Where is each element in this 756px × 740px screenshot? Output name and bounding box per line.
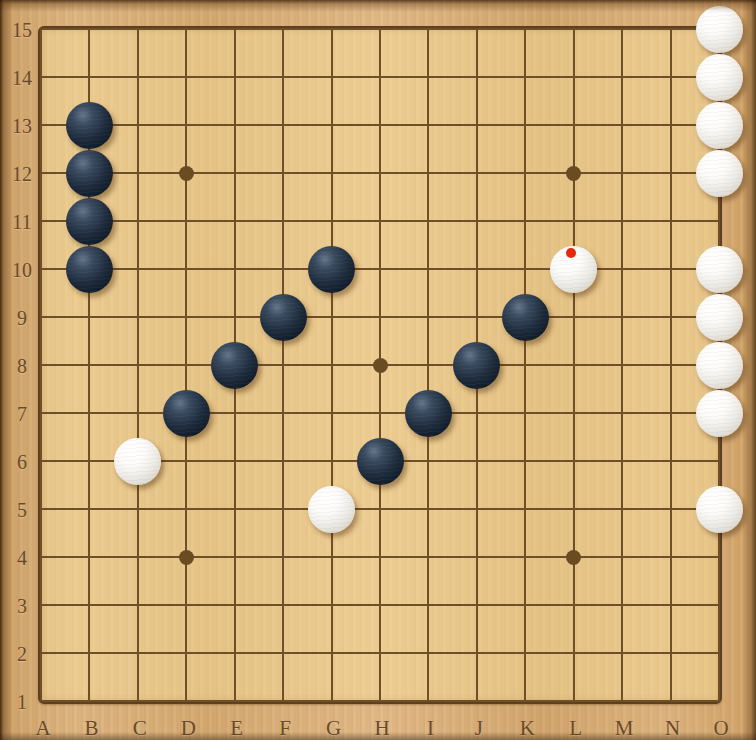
column-label-f: F bbox=[279, 716, 291, 740]
grid-line-vertical bbox=[573, 29, 575, 701]
row-label-1: 1 bbox=[17, 691, 27, 714]
stone-white-o14[interactable] bbox=[696, 54, 743, 101]
row-label-6: 6 bbox=[17, 451, 27, 474]
star-point-l4 bbox=[566, 550, 581, 565]
row-label-5: 5 bbox=[17, 499, 27, 522]
row-label-2: 2 bbox=[17, 643, 27, 666]
star-point-d12 bbox=[179, 166, 194, 181]
row-label-10: 10 bbox=[12, 259, 32, 282]
grid-line-horizontal bbox=[41, 412, 719, 414]
stone-white-o10[interactable] bbox=[696, 246, 743, 293]
stone-white-o12[interactable] bbox=[696, 150, 743, 197]
column-label-j: J bbox=[475, 716, 483, 740]
grid-line-horizontal bbox=[41, 508, 719, 510]
column-label-c: C bbox=[133, 716, 147, 740]
row-label-7: 7 bbox=[17, 403, 27, 426]
gomoku-board: ABCDEFGHIJKLMNO151413121110987654321 bbox=[0, 0, 756, 740]
grid-line-horizontal bbox=[41, 604, 719, 606]
column-label-h: H bbox=[374, 716, 389, 740]
row-label-8: 8 bbox=[17, 355, 27, 378]
column-label-a: A bbox=[35, 716, 50, 740]
row-label-11: 11 bbox=[12, 211, 31, 234]
row-label-9: 9 bbox=[17, 307, 27, 330]
stone-black-h6[interactable] bbox=[357, 438, 404, 485]
row-label-15: 15 bbox=[12, 19, 32, 42]
stone-white-o9[interactable] bbox=[696, 294, 743, 341]
column-label-m: M bbox=[615, 716, 634, 740]
stone-black-b11[interactable] bbox=[66, 198, 113, 245]
grid-line-horizontal bbox=[41, 700, 719, 702]
row-label-3: 3 bbox=[17, 595, 27, 618]
stone-white-o5[interactable] bbox=[696, 486, 743, 533]
stone-black-b10[interactable] bbox=[66, 246, 113, 293]
grid-line-vertical bbox=[670, 29, 672, 701]
last-move-marker-icon bbox=[566, 248, 576, 258]
grid-line-horizontal bbox=[41, 652, 719, 654]
stone-white-o8[interactable] bbox=[696, 342, 743, 389]
stone-black-g10[interactable] bbox=[308, 246, 355, 293]
grid-line-vertical bbox=[524, 29, 526, 701]
star-point-d4 bbox=[179, 550, 194, 565]
column-label-l: L bbox=[569, 716, 582, 740]
column-label-g: G bbox=[326, 716, 341, 740]
column-label-i: I bbox=[427, 716, 434, 740]
stone-white-c6[interactable] bbox=[114, 438, 161, 485]
column-label-d: D bbox=[181, 716, 196, 740]
star-point-l12 bbox=[566, 166, 581, 181]
grid-line-vertical bbox=[427, 29, 429, 701]
row-label-14: 14 bbox=[12, 67, 32, 90]
column-label-n: N bbox=[665, 716, 680, 740]
grid-line-horizontal bbox=[41, 556, 719, 558]
stone-white-l10[interactable] bbox=[550, 246, 597, 293]
row-label-13: 13 bbox=[12, 115, 32, 138]
stone-white-o15[interactable] bbox=[696, 6, 743, 53]
column-label-e: E bbox=[230, 716, 243, 740]
stone-black-i7[interactable] bbox=[405, 390, 452, 437]
stone-white-g5[interactable] bbox=[308, 486, 355, 533]
grid-line-vertical bbox=[621, 29, 623, 701]
stone-black-b12[interactable] bbox=[66, 150, 113, 197]
column-label-k: K bbox=[520, 716, 535, 740]
stone-black-e8[interactable] bbox=[211, 342, 258, 389]
row-label-12: 12 bbox=[12, 163, 32, 186]
stone-black-k9[interactable] bbox=[502, 294, 549, 341]
row-label-4: 4 bbox=[17, 547, 27, 570]
column-label-o: O bbox=[713, 716, 728, 740]
star-point-h8 bbox=[373, 358, 388, 373]
stone-black-j8[interactable] bbox=[453, 342, 500, 389]
stone-black-b13[interactable] bbox=[66, 102, 113, 149]
stone-white-o13[interactable] bbox=[696, 102, 743, 149]
stone-black-d7[interactable] bbox=[163, 390, 210, 437]
column-label-b: B bbox=[84, 716, 98, 740]
stone-white-o7[interactable] bbox=[696, 390, 743, 437]
stone-black-f9[interactable] bbox=[260, 294, 307, 341]
